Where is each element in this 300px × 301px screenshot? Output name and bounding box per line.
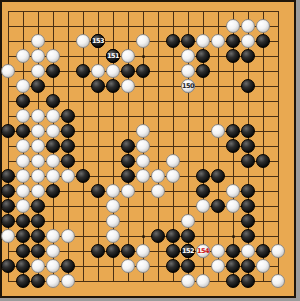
black-stone [181,259,195,273]
white-stone [196,274,210,288]
white-stone [181,49,195,63]
white-stone [211,124,225,138]
white-stone [166,169,180,183]
black-stone [61,154,75,168]
black-stone [31,229,45,243]
black-stone [166,229,180,243]
white-stone [106,199,120,213]
white-stone [151,184,165,198]
black-stone [241,79,255,93]
black-stone [241,49,255,63]
black-stone [16,259,30,273]
black-stone [61,124,75,138]
black-stone [1,124,15,138]
black-stone [91,79,105,93]
black-stone [61,139,75,153]
white-stone [46,154,60,168]
black-stone [121,154,135,168]
white-stone [31,64,45,78]
move-number-label: 150 [182,83,194,90]
white-stone [76,34,90,48]
black-stone [31,274,45,288]
white-stone [271,274,285,288]
white-stone [1,229,15,243]
black-stone [16,124,30,138]
white-stone [211,259,225,273]
black-stone [121,139,135,153]
black-stone [256,154,270,168]
white-stone [106,229,120,243]
white-stone [16,79,30,93]
black-stone [241,184,255,198]
black-stone [241,274,255,288]
black-stone [16,244,30,258]
white-stone [136,139,150,153]
black-stone [211,169,225,183]
white-stone [16,199,30,213]
white-stone [181,274,195,288]
white-stone [226,184,240,198]
black-stone [106,79,120,93]
black-stone [91,244,105,258]
white-stone [61,229,75,243]
black-stone [196,64,210,78]
grid-line [8,221,279,222]
move-number-label: 152 [182,248,194,255]
black-stone [226,34,240,48]
numbered-black-stone: 152 [181,244,195,258]
black-stone [46,139,60,153]
black-stone [46,64,60,78]
white-stone [166,154,180,168]
white-stone [31,184,45,198]
move-number-label: 151 [107,53,119,60]
white-stone [16,184,30,198]
black-stone [166,259,180,273]
move-number-label: 154 [197,248,209,255]
white-stone [271,244,285,258]
move-number-label: 153 [92,38,104,45]
black-stone [226,124,240,138]
black-stone [226,49,240,63]
black-stone [121,169,135,183]
black-stone [256,34,270,48]
black-stone [136,64,150,78]
white-stone [46,109,60,123]
black-stone [46,94,60,108]
white-stone [136,169,150,183]
grid-line [218,11,219,282]
white-stone [256,19,270,33]
black-stone [91,184,105,198]
white-stone [46,229,60,243]
white-stone [151,169,165,183]
black-stone [241,259,255,273]
black-stone [241,139,255,153]
black-stone [1,259,15,273]
black-stone [31,244,45,258]
numbered-black-stone: 153 [91,34,105,48]
white-stone [136,124,150,138]
white-stone [16,139,30,153]
white-stone [121,79,135,93]
black-stone [196,184,210,198]
black-stone [226,274,240,288]
black-stone [211,199,225,213]
black-stone [16,229,30,243]
white-stone [31,169,45,183]
numbered-white-stone: 154 [196,244,210,258]
white-stone [31,34,45,48]
white-stone [31,259,45,273]
white-stone [241,244,255,258]
black-stone [241,199,255,213]
black-stone [226,244,240,258]
black-stone [256,244,270,258]
white-stone [46,169,60,183]
black-stone [61,109,75,123]
black-stone [166,244,180,258]
black-stone [181,229,195,243]
white-stone [241,34,255,48]
black-stone [16,274,30,288]
white-stone [91,64,105,78]
black-stone [166,34,180,48]
white-stone [46,274,60,288]
white-stone [181,214,195,228]
white-stone [211,244,225,258]
white-stone [31,124,45,138]
black-stone [226,139,240,153]
white-stone [31,109,45,123]
black-stone [76,169,90,183]
black-stone [61,259,75,273]
white-stone [31,49,45,63]
numbered-white-stone: 150 [181,79,195,93]
white-stone [1,64,15,78]
black-stone [1,169,15,183]
white-stone [196,34,210,48]
white-stone [226,199,240,213]
go-app-window: 153151150152154 [0,0,300,301]
black-stone [31,79,45,93]
star-point [232,235,235,238]
black-stone [76,64,90,78]
black-stone [241,154,255,168]
white-stone [136,259,150,273]
black-stone [181,34,195,48]
white-stone [16,154,30,168]
white-stone [46,49,60,63]
star-point [142,235,145,238]
white-stone [16,49,30,63]
numbered-black-stone: 151 [106,49,120,63]
grid-line [278,11,279,282]
star-point [142,55,145,58]
black-stone [121,244,135,258]
white-stone [121,184,135,198]
go-board[interactable]: 153151150152154 [0,0,296,298]
black-stone [1,184,15,198]
grid-line [263,11,264,282]
black-stone [226,259,240,273]
white-stone [121,49,135,63]
white-stone [31,139,45,153]
white-stone [61,169,75,183]
black-stone [241,214,255,228]
white-stone [46,124,60,138]
white-stone [136,154,150,168]
black-stone [151,229,165,243]
white-stone [106,184,120,198]
white-stone [136,244,150,258]
white-stone [16,109,30,123]
black-stone [121,64,135,78]
white-stone [16,169,30,183]
black-stone [241,124,255,138]
white-stone [211,34,225,48]
white-stone [256,259,270,273]
black-stone [1,199,15,213]
black-stone [106,244,120,258]
black-stone [196,169,210,183]
black-stone [1,214,15,228]
white-stone [226,19,240,33]
white-stone [241,19,255,33]
white-stone [106,64,120,78]
black-stone [196,49,210,63]
white-stone [46,259,60,273]
black-stone [16,214,30,228]
white-stone [61,274,75,288]
white-stone [196,199,210,213]
black-stone [241,229,255,243]
white-stone [31,154,45,168]
white-stone [121,259,135,273]
white-stone [181,64,195,78]
white-stone [136,34,150,48]
black-stone [16,94,30,108]
black-stone [31,214,45,228]
white-stone [46,244,60,258]
white-stone [106,214,120,228]
black-stone [31,199,45,213]
black-stone [46,184,60,198]
